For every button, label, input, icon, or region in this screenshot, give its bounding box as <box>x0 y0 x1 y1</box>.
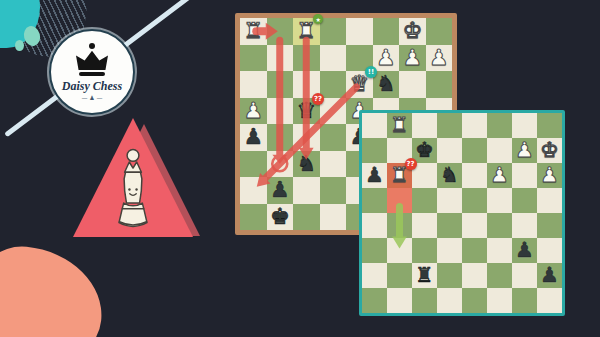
board-square <box>437 288 462 313</box>
daisy-chess-logo: Daisy Chess — ♟ — <box>49 29 135 115</box>
black-king: ♚ <box>267 204 294 231</box>
board-square <box>320 18 347 45</box>
board-square <box>462 213 487 238</box>
board-square <box>437 263 462 288</box>
black-pawn: ♟ <box>267 177 294 204</box>
crown-icon <box>89 43 95 49</box>
board-square <box>362 288 387 313</box>
board-square <box>293 204 320 231</box>
black-rook: ♜ <box>412 263 437 288</box>
board-square <box>437 188 462 213</box>
board-square <box>537 213 562 238</box>
logo-flourish: — ♟ — <box>81 95 102 101</box>
board-square <box>267 151 294 178</box>
logo-title: Daisy Chess <box>62 79 122 94</box>
board-square <box>293 177 320 204</box>
move-badge-blunder: ?? <box>312 93 324 105</box>
board-square <box>512 288 537 313</box>
board-square <box>346 18 373 45</box>
thumbnail-canvas: Daisy Chess — ♟ — ♜♜♚♟♟♟♛♞♟♛♟♟♟♞♟♚★!!?? … <box>0 0 600 337</box>
board-square <box>373 18 400 45</box>
inset-board-grid: ♜♚♟♚♟♜♞♟♟♟♜♟?? <box>362 113 562 313</box>
board-square <box>240 204 267 231</box>
board-square <box>362 188 387 213</box>
board-square <box>240 177 267 204</box>
board-square <box>462 263 487 288</box>
board-square <box>426 71 453 98</box>
board-square <box>462 188 487 213</box>
board-square <box>387 238 412 263</box>
board-square <box>487 238 512 263</box>
coral-triangle <box>73 118 193 237</box>
board-square <box>267 98 294 125</box>
board-square <box>412 288 437 313</box>
board-square <box>267 18 294 45</box>
white-pawn: ♟ <box>487 163 512 188</box>
board-square <box>537 113 562 138</box>
black-pawn: ♟ <box>512 238 537 263</box>
crown-icon <box>79 72 105 76</box>
board-square <box>537 288 562 313</box>
board-square <box>437 113 462 138</box>
board-square <box>512 113 537 138</box>
white-pawn: ♟ <box>240 98 267 125</box>
board-square <box>320 177 347 204</box>
board-square <box>320 71 347 98</box>
move-badge-blunder: ?? <box>405 158 417 170</box>
board-square <box>437 138 462 163</box>
board-square <box>512 263 537 288</box>
board-square <box>362 238 387 263</box>
black-king: ♚ <box>412 138 437 163</box>
board-square <box>512 163 537 188</box>
board-square <box>537 188 562 213</box>
white-pawn: ♟ <box>537 163 562 188</box>
board-square <box>293 45 320 72</box>
cartoon-bishop-icon <box>105 147 161 233</box>
black-knight: ♞ <box>293 151 320 178</box>
board-square <box>462 288 487 313</box>
board-square <box>462 238 487 263</box>
board-square <box>537 238 562 263</box>
crown-icon <box>76 50 108 70</box>
board-square <box>412 188 437 213</box>
board-square <box>487 213 512 238</box>
board-square <box>512 213 537 238</box>
board-square <box>412 238 437 263</box>
board-square <box>362 263 387 288</box>
white-rook: ♜ <box>240 18 267 45</box>
white-pawn: ♟ <box>399 45 426 72</box>
board-square <box>399 71 426 98</box>
board-square <box>387 288 412 313</box>
board-square <box>320 151 347 178</box>
board-square <box>437 238 462 263</box>
black-knight: ♞ <box>437 163 462 188</box>
board-square <box>487 113 512 138</box>
black-pawn: ♟ <box>362 163 387 188</box>
board-square <box>240 45 267 72</box>
board-square <box>462 113 487 138</box>
white-pawn: ♟ <box>512 138 537 163</box>
board-square <box>293 124 320 151</box>
white-rook: ♜ <box>387 113 412 138</box>
board-square <box>487 288 512 313</box>
white-king: ♚ <box>399 18 426 45</box>
board-square <box>487 188 512 213</box>
board-square <box>487 263 512 288</box>
board-square <box>320 98 347 125</box>
board-square <box>362 213 387 238</box>
salmon-corner-blob <box>0 241 108 337</box>
board-square <box>412 113 437 138</box>
board-square <box>412 213 437 238</box>
board-square <box>320 204 347 231</box>
board-square <box>437 213 462 238</box>
board-square <box>240 71 267 98</box>
mint-dot-decoration <box>15 40 24 51</box>
board-square <box>487 138 512 163</box>
board-square <box>362 138 387 163</box>
board-square <box>267 45 294 72</box>
white-pawn: ♟ <box>426 45 453 72</box>
board-square <box>462 138 487 163</box>
board-square <box>512 188 537 213</box>
white-pawn: ♟ <box>373 45 400 72</box>
board-square <box>240 151 267 178</box>
board-square <box>387 213 412 238</box>
board-square <box>362 113 387 138</box>
board-square <box>320 45 347 72</box>
inset-chess-board: ♜♚♟♚♟♜♞♟♟♟♜♟?? <box>359 110 565 316</box>
black-pawn: ♟ <box>240 124 267 151</box>
black-knight: ♞ <box>373 71 400 98</box>
black-pawn: ♟ <box>537 263 562 288</box>
white-king: ♚ <box>537 138 562 163</box>
board-square <box>267 71 294 98</box>
board-square <box>462 163 487 188</box>
highlight-blunder-move-from <box>387 188 412 213</box>
board-square <box>426 18 453 45</box>
board-square <box>320 124 347 151</box>
board-square <box>387 263 412 288</box>
board-square <box>267 124 294 151</box>
